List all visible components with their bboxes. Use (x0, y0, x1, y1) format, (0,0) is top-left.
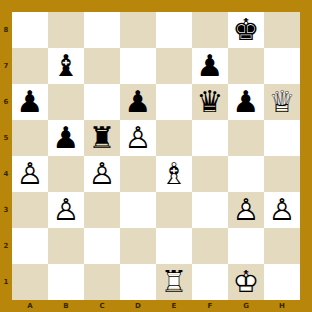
board-frame: 87654321 ABCDEFGH ♚♝♟♟♟♛♟♛♕♟♜♟♙♟♙♟♙♝♗♟♙♟… (0, 0, 312, 312)
square-b2[interactable] (48, 228, 84, 264)
file-label-h: H (264, 300, 300, 312)
square-b5[interactable]: ♟ (48, 120, 84, 156)
square-a3[interactable] (12, 192, 48, 228)
square-d5[interactable]: ♟♙ (120, 120, 156, 156)
square-e6[interactable] (156, 84, 192, 120)
square-g3[interactable]: ♟♙ (228, 192, 264, 228)
square-d8[interactable] (120, 12, 156, 48)
rank-label-8: 8 (0, 12, 12, 48)
square-f7[interactable]: ♟ (192, 48, 228, 84)
file-label-f: F (192, 300, 228, 312)
piece-white-king-g1: ♚♔ (228, 264, 264, 300)
square-c5[interactable]: ♜ (84, 120, 120, 156)
square-a2[interactable] (12, 228, 48, 264)
file-label-d: D (120, 300, 156, 312)
piece-black-pawn-a6: ♟ (12, 84, 48, 120)
file-label-g: G (228, 300, 264, 312)
square-b1[interactable] (48, 264, 84, 300)
piece-black-rook-c5: ♜ (84, 120, 120, 156)
square-f3[interactable] (192, 192, 228, 228)
square-e4[interactable]: ♝♗ (156, 156, 192, 192)
square-c7[interactable] (84, 48, 120, 84)
square-h1[interactable] (264, 264, 300, 300)
square-f2[interactable] (192, 228, 228, 264)
square-h6[interactable]: ♛♕ (264, 84, 300, 120)
square-d6[interactable]: ♟ (120, 84, 156, 120)
piece-white-pawn-d5: ♟♙ (120, 120, 156, 156)
square-a5[interactable] (12, 120, 48, 156)
square-e2[interactable] (156, 228, 192, 264)
square-c8[interactable] (84, 12, 120, 48)
piece-black-bishop-b7: ♝ (48, 48, 84, 84)
piece-black-pawn-b5: ♟ (48, 120, 84, 156)
file-label-e: E (156, 300, 192, 312)
square-d4[interactable] (120, 156, 156, 192)
square-g6[interactable]: ♟ (228, 84, 264, 120)
square-h7[interactable] (264, 48, 300, 84)
square-b7[interactable]: ♝ (48, 48, 84, 84)
file-labels: ABCDEFGH (12, 300, 300, 312)
piece-white-pawn-h3: ♟♙ (264, 192, 300, 228)
rank-labels: 87654321 (0, 12, 12, 300)
rank-label-2: 2 (0, 228, 12, 264)
piece-white-rook-e1: ♜♖ (156, 264, 192, 300)
square-b6[interactable] (48, 84, 84, 120)
square-g4[interactable] (228, 156, 264, 192)
rank-label-1: 1 (0, 264, 12, 300)
square-e7[interactable] (156, 48, 192, 84)
square-g5[interactable] (228, 120, 264, 156)
file-label-a: A (12, 300, 48, 312)
square-h4[interactable] (264, 156, 300, 192)
piece-black-queen-f6: ♛ (192, 84, 228, 120)
square-c6[interactable] (84, 84, 120, 120)
square-a4[interactable]: ♟♙ (12, 156, 48, 192)
square-d2[interactable] (120, 228, 156, 264)
square-c4[interactable]: ♟♙ (84, 156, 120, 192)
square-h2[interactable] (264, 228, 300, 264)
square-f1[interactable] (192, 264, 228, 300)
square-f4[interactable] (192, 156, 228, 192)
piece-white-queen-h6: ♛♕ (264, 84, 300, 120)
file-label-b: B (48, 300, 84, 312)
rank-label-7: 7 (0, 48, 12, 84)
piece-black-pawn-d6: ♟ (120, 84, 156, 120)
piece-white-pawn-g3: ♟♙ (228, 192, 264, 228)
square-a8[interactable] (12, 12, 48, 48)
square-d1[interactable] (120, 264, 156, 300)
square-h5[interactable] (264, 120, 300, 156)
square-d7[interactable] (120, 48, 156, 84)
square-e1[interactable]: ♜♖ (156, 264, 192, 300)
rank-label-6: 6 (0, 84, 12, 120)
square-h3[interactable]: ♟♙ (264, 192, 300, 228)
square-g7[interactable] (228, 48, 264, 84)
square-a1[interactable] (12, 264, 48, 300)
piece-black-pawn-g6: ♟ (228, 84, 264, 120)
piece-white-pawn-c4: ♟♙ (84, 156, 120, 192)
piece-white-pawn-b3: ♟♙ (48, 192, 84, 228)
square-b3[interactable]: ♟♙ (48, 192, 84, 228)
square-c3[interactable] (84, 192, 120, 228)
file-label-c: C (84, 300, 120, 312)
square-e5[interactable] (156, 120, 192, 156)
square-a7[interactable] (12, 48, 48, 84)
square-e3[interactable] (156, 192, 192, 228)
square-g8[interactable]: ♚ (228, 12, 264, 48)
square-f5[interactable] (192, 120, 228, 156)
chessboard: ♚♝♟♟♟♛♟♛♕♟♜♟♙♟♙♟♙♝♗♟♙♟♙♟♙♜♖♚♔ (12, 12, 300, 300)
square-a6[interactable]: ♟ (12, 84, 48, 120)
square-b8[interactable] (48, 12, 84, 48)
piece-black-pawn-f7: ♟ (192, 48, 228, 84)
square-d3[interactable] (120, 192, 156, 228)
rank-label-4: 4 (0, 156, 12, 192)
square-g1[interactable]: ♚♔ (228, 264, 264, 300)
piece-black-king-g8: ♚ (228, 12, 264, 48)
square-g2[interactable] (228, 228, 264, 264)
rank-label-3: 3 (0, 192, 12, 228)
square-b4[interactable] (48, 156, 84, 192)
square-e8[interactable] (156, 12, 192, 48)
square-c1[interactable] (84, 264, 120, 300)
piece-white-bishop-e4: ♝♗ (156, 156, 192, 192)
square-c2[interactable] (84, 228, 120, 264)
piece-white-pawn-a4: ♟♙ (12, 156, 48, 192)
square-f8[interactable] (192, 12, 228, 48)
rank-label-5: 5 (0, 120, 12, 156)
square-f6[interactable]: ♛ (192, 84, 228, 120)
square-h8[interactable] (264, 12, 300, 48)
